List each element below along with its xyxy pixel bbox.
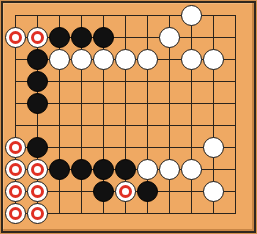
stone-black <box>49 27 70 48</box>
stone-black <box>49 159 70 180</box>
stone-white <box>137 49 158 70</box>
stone-white-circled <box>27 27 48 48</box>
stone-white-circled <box>5 27 26 48</box>
stone-white <box>49 49 70 70</box>
circle-mark-icon <box>31 31 44 44</box>
go-board <box>1 1 256 233</box>
stone-black <box>93 181 114 202</box>
stone-black <box>27 137 48 158</box>
circle-mark-icon <box>9 207 22 220</box>
stone-black <box>93 27 114 48</box>
stone-black <box>71 159 92 180</box>
stone-white <box>137 159 158 180</box>
circle-mark-icon <box>9 163 22 176</box>
stone-black <box>115 159 136 180</box>
circle-mark-icon <box>9 31 22 44</box>
stone-grid <box>4 4 246 224</box>
circle-mark-icon <box>31 163 44 176</box>
stone-white <box>181 159 202 180</box>
circle-mark-icon <box>31 207 44 220</box>
stone-white-circled <box>27 159 48 180</box>
stone-white-circled <box>27 181 48 202</box>
go-board-frame <box>0 0 257 234</box>
stone-white <box>115 49 136 70</box>
stone-white-circled <box>115 181 136 202</box>
stone-white <box>159 27 180 48</box>
stone-white <box>159 159 180 180</box>
stone-white <box>203 137 224 158</box>
stone-black <box>137 181 158 202</box>
stone-black <box>27 71 48 92</box>
stone-white-circled <box>5 203 26 224</box>
stone-white <box>203 181 224 202</box>
circle-mark-icon <box>119 185 132 198</box>
circle-mark-icon <box>9 141 22 154</box>
circle-mark-icon <box>9 185 22 198</box>
stone-white <box>203 49 224 70</box>
stone-white-circled <box>5 181 26 202</box>
stone-black <box>71 27 92 48</box>
stone-black <box>27 93 48 114</box>
stone-white-circled <box>5 159 26 180</box>
stone-white <box>181 49 202 70</box>
stone-black <box>27 49 48 70</box>
stone-black <box>93 159 114 180</box>
stone-white-circled <box>27 203 48 224</box>
circle-mark-icon <box>31 185 44 198</box>
stone-white <box>181 5 202 26</box>
stone-white-circled <box>5 137 26 158</box>
stone-white <box>71 49 92 70</box>
stone-white <box>93 49 114 70</box>
